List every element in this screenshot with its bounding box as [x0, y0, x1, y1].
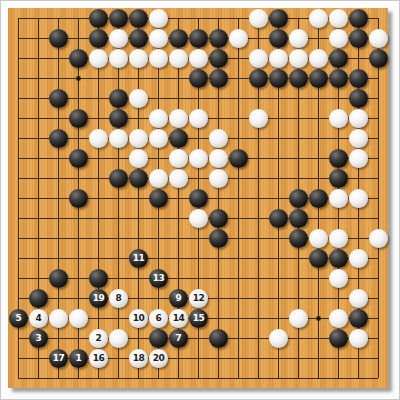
black-stone[interactable]	[129, 29, 148, 48]
move-19-stone[interactable]: 19	[89, 289, 108, 308]
white-stone[interactable]	[249, 109, 268, 128]
black-stone[interactable]	[49, 89, 68, 108]
black-stone[interactable]	[189, 189, 208, 208]
white-stone[interactable]	[289, 49, 308, 68]
move-number-label: 4	[36, 309, 42, 328]
move-number-label: 10	[133, 309, 145, 328]
black-stone[interactable]	[349, 69, 368, 88]
black-stone[interactable]	[349, 309, 368, 328]
white-stone[interactable]	[49, 309, 68, 328]
black-stone[interactable]	[209, 29, 228, 48]
white-stone[interactable]	[269, 49, 288, 68]
white-stone[interactable]	[309, 9, 328, 28]
move-number-label: 12	[193, 289, 205, 308]
move-18-stone[interactable]: 18	[129, 349, 148, 368]
white-stone[interactable]	[129, 89, 148, 108]
white-stone[interactable]	[109, 29, 128, 48]
black-stone[interactable]	[89, 9, 108, 28]
white-stone[interactable]	[149, 9, 168, 28]
white-stone[interactable]	[189, 209, 208, 228]
black-stone[interactable]	[289, 209, 308, 228]
black-stone[interactable]	[269, 9, 288, 28]
black-stone[interactable]	[109, 109, 128, 128]
black-stone[interactable]	[329, 69, 348, 88]
black-stone[interactable]	[209, 329, 228, 348]
move-number-label: 11	[133, 249, 145, 268]
move-13-stone[interactable]: 13	[149, 269, 168, 288]
black-stone[interactable]	[169, 129, 188, 148]
black-stone[interactable]	[269, 209, 288, 228]
white-stone[interactable]	[169, 109, 188, 128]
black-stone[interactable]	[269, 29, 288, 48]
black-stone[interactable]	[109, 9, 128, 28]
white-stone[interactable]	[149, 29, 168, 48]
move-12-stone[interactable]: 12	[189, 289, 208, 308]
black-stone[interactable]	[309, 69, 328, 88]
black-stone[interactable]	[209, 69, 228, 88]
white-stone[interactable]	[189, 49, 208, 68]
move-number-label: 2	[96, 329, 102, 348]
black-stone[interactable]	[49, 269, 68, 288]
move-17-stone[interactable]: 17	[49, 349, 68, 368]
white-stone[interactable]	[249, 49, 268, 68]
black-stone[interactable]	[369, 49, 388, 68]
black-stone[interactable]	[169, 29, 188, 48]
white-stone[interactable]	[89, 129, 108, 148]
black-stone[interactable]	[209, 49, 228, 68]
white-stone[interactable]	[109, 129, 128, 148]
move-15-stone[interactable]: 15	[189, 309, 208, 328]
black-stone[interactable]	[49, 29, 68, 48]
move-3-stone[interactable]: 3	[29, 329, 48, 348]
black-stone[interactable]	[89, 29, 108, 48]
star-point	[76, 76, 81, 81]
white-stone[interactable]	[329, 309, 348, 328]
black-stone[interactable]	[349, 9, 368, 28]
white-stone[interactable]	[149, 49, 168, 68]
white-stone[interactable]	[129, 129, 148, 148]
black-stone[interactable]	[189, 29, 208, 48]
move-number-label: 14	[173, 309, 185, 328]
white-stone[interactable]	[109, 329, 128, 348]
black-stone[interactable]	[109, 169, 128, 188]
black-stone[interactable]	[329, 49, 348, 68]
white-stone[interactable]	[149, 109, 168, 128]
black-stone[interactable]	[289, 229, 308, 248]
black-stone[interactable]	[229, 149, 248, 168]
white-stone[interactable]	[209, 169, 228, 188]
move-5-stone[interactable]: 5	[9, 309, 28, 328]
move-10-stone[interactable]: 10	[129, 309, 148, 328]
go-board[interactable]: 1113198912541061415327171161820	[8, 8, 388, 388]
black-stone[interactable]	[329, 169, 348, 188]
screenshot-frame: 1113198912541061415327171161820	[0, 0, 400, 400]
white-stone[interactable]	[169, 149, 188, 168]
black-stone[interactable]	[129, 169, 148, 188]
move-number-label: 15	[193, 309, 205, 328]
move-number-label: 17	[53, 349, 65, 368]
move-2-stone[interactable]: 2	[89, 329, 108, 348]
move-number-label: 3	[36, 329, 42, 348]
black-stone[interactable]	[309, 249, 328, 268]
white-stone[interactable]	[189, 149, 208, 168]
move-11-stone[interactable]: 11	[129, 249, 148, 268]
black-stone[interactable]	[69, 149, 88, 168]
move-number-label: 13	[153, 269, 165, 288]
white-stone[interactable]	[349, 129, 368, 148]
white-stone[interactable]	[129, 49, 148, 68]
white-stone[interactable]	[369, 229, 388, 248]
black-stone[interactable]	[209, 229, 228, 248]
move-number-label: 16	[93, 349, 105, 368]
black-stone[interactable]	[149, 329, 168, 348]
star-point	[316, 316, 321, 321]
white-stone[interactable]	[329, 109, 348, 128]
white-stone[interactable]	[69, 309, 88, 328]
move-number-label: 20	[153, 349, 165, 368]
white-stone[interactable]	[269, 329, 288, 348]
white-stone[interactable]	[229, 29, 248, 48]
white-stone[interactable]	[289, 29, 308, 48]
black-stone[interactable]	[149, 189, 168, 208]
black-stone[interactable]	[249, 69, 268, 88]
black-stone[interactable]	[109, 89, 128, 108]
black-stone[interactable]	[289, 69, 308, 88]
move-6-stone[interactable]: 6	[149, 309, 168, 328]
black-stone[interactable]	[349, 29, 368, 48]
black-stone[interactable]	[349, 89, 368, 108]
white-stone[interactable]	[129, 149, 148, 168]
white-stone[interactable]	[309, 229, 328, 248]
move-8-stone[interactable]: 8	[109, 289, 128, 308]
white-stone[interactable]	[349, 149, 368, 168]
move-number-label: 7	[176, 329, 182, 348]
black-stone[interactable]	[189, 69, 208, 88]
move-14-stone[interactable]: 14	[169, 309, 188, 328]
move-number-label: 1	[76, 349, 82, 368]
white-stone[interactable]	[349, 249, 368, 268]
white-stone[interactable]	[329, 29, 348, 48]
white-stone[interactable]	[329, 189, 348, 208]
black-stone[interactable]	[209, 209, 228, 228]
white-stone[interactable]	[249, 9, 268, 28]
black-stone[interactable]	[69, 49, 88, 68]
black-stone[interactable]	[29, 289, 48, 308]
black-stone[interactable]	[69, 189, 88, 208]
white-stone[interactable]	[369, 29, 388, 48]
move-1-stone[interactable]: 1	[69, 349, 88, 368]
white-stone[interactable]	[189, 109, 208, 128]
black-stone[interactable]	[269, 69, 288, 88]
move-number-label: 6	[156, 309, 162, 328]
white-stone[interactable]	[349, 329, 368, 348]
black-stone[interactable]	[289, 189, 308, 208]
white-stone[interactable]	[109, 49, 128, 68]
move-number-label: 9	[176, 289, 182, 308]
move-7-stone[interactable]: 7	[169, 329, 188, 348]
white-stone[interactable]	[329, 9, 348, 28]
black-stone[interactable]	[309, 189, 328, 208]
white-stone[interactable]	[349, 289, 368, 308]
white-stone[interactable]	[209, 149, 228, 168]
black-stone[interactable]	[329, 249, 348, 268]
black-stone[interactable]	[69, 109, 88, 128]
move-number-label: 18	[133, 349, 145, 368]
white-stone[interactable]	[169, 49, 188, 68]
white-stone[interactable]	[349, 109, 368, 128]
move-4-stone[interactable]: 4	[29, 309, 48, 328]
white-stone[interactable]	[89, 49, 108, 68]
move-16-stone[interactable]: 16	[89, 349, 108, 368]
move-20-stone[interactable]: 20	[149, 349, 168, 368]
move-9-stone[interactable]: 9	[169, 289, 188, 308]
white-stone[interactable]	[329, 229, 348, 248]
move-number-label: 19	[93, 289, 105, 308]
white-stone[interactable]	[289, 309, 308, 328]
black-stone[interactable]	[49, 129, 68, 148]
move-number-label: 8	[116, 289, 122, 308]
black-stone[interactable]	[89, 269, 108, 288]
white-stone[interactable]	[349, 189, 368, 208]
white-stone[interactable]	[209, 129, 228, 148]
white-stone[interactable]	[149, 129, 168, 148]
black-stone[interactable]	[329, 149, 348, 168]
move-number-label: 5	[16, 309, 22, 328]
black-stone[interactable]	[329, 329, 348, 348]
white-stone[interactable]	[149, 169, 168, 188]
black-stone[interactable]	[129, 9, 148, 28]
white-stone[interactable]	[309, 49, 328, 68]
white-stone[interactable]	[329, 269, 348, 288]
white-stone[interactable]	[169, 169, 188, 188]
